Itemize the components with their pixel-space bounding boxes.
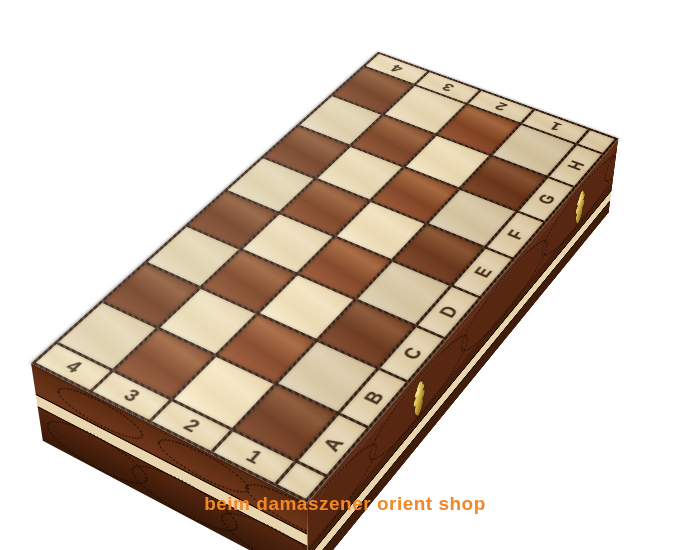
coordinate-label: H (564, 159, 587, 172)
watermark-text: beim damaszener orient shop (204, 493, 486, 515)
coordinate-label: D (436, 303, 461, 319)
coordinate-label: 2 (179, 416, 202, 435)
coordinate-label: 3 (439, 82, 456, 94)
coordinate-label: C (399, 345, 425, 362)
folded-chess-box: 44332211ABCDEFGH (43, 124, 609, 550)
coordinate-label: E (471, 265, 495, 280)
coordinate-label: 3 (119, 387, 142, 405)
coordinate-label: 1 (242, 447, 265, 466)
product-photo-stage: 44332211ABCDEFGH (0, 0, 690, 550)
coordinate-label: F (504, 228, 527, 241)
coordinate-label: 4 (388, 63, 405, 74)
brass-clasp-icon (411, 368, 428, 428)
coordinate-label: 4 (61, 358, 84, 375)
coordinate-label: 2 (492, 101, 509, 113)
perspective-scene: 44332211ABCDEFGH (0, 0, 690, 550)
coordinate-label: B (360, 388, 387, 406)
coordinate-label: A (319, 435, 347, 454)
coordinate-label: G (534, 192, 558, 206)
coordinate-label: 1 (546, 120, 563, 132)
